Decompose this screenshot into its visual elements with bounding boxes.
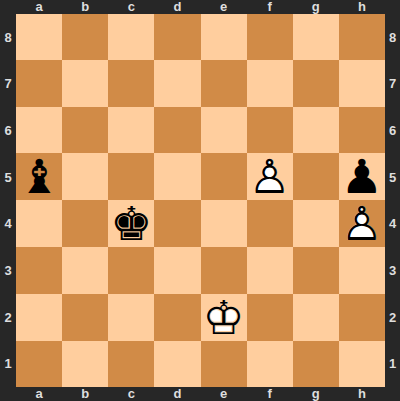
square-a1[interactable] bbox=[16, 341, 62, 387]
square-g8[interactable] bbox=[293, 14, 339, 60]
square-b4[interactable] bbox=[62, 200, 108, 247]
file-label-f: f bbox=[247, 0, 293, 14]
square-f3[interactable] bbox=[247, 247, 293, 293]
rank-labels-right: 87654321 bbox=[385, 14, 400, 387]
square-g1[interactable] bbox=[293, 341, 339, 387]
rank-label-7: 7 bbox=[0, 61, 16, 108]
file-label-c: c bbox=[108, 387, 154, 401]
rank-label-3: 3 bbox=[0, 247, 16, 294]
square-b6[interactable] bbox=[62, 107, 108, 153]
square-c7[interactable] bbox=[108, 60, 154, 106]
file-label-b: b bbox=[62, 0, 108, 14]
square-b5[interactable] bbox=[62, 153, 108, 200]
square-a8[interactable] bbox=[16, 14, 62, 60]
square-b2[interactable] bbox=[62, 294, 108, 341]
square-f4[interactable] bbox=[247, 200, 293, 247]
file-label-e: e bbox=[201, 0, 247, 14]
square-e3[interactable] bbox=[201, 247, 247, 293]
square-c2[interactable] bbox=[108, 294, 154, 341]
square-e4[interactable] bbox=[201, 200, 247, 247]
file-label-b: b bbox=[62, 387, 108, 401]
square-f6[interactable] bbox=[247, 107, 293, 153]
square-d2[interactable] bbox=[154, 294, 200, 341]
square-c1[interactable] bbox=[108, 341, 154, 387]
piece-white-pawn-f5[interactable]: ♟♙ bbox=[249, 153, 291, 200]
rank-label-2: 2 bbox=[385, 294, 400, 341]
rank-label-3: 3 bbox=[385, 247, 400, 294]
square-f7[interactable] bbox=[247, 60, 293, 106]
square-d5[interactable] bbox=[154, 153, 200, 200]
rank-label-8: 8 bbox=[385, 14, 400, 61]
square-e5[interactable] bbox=[201, 153, 247, 200]
square-f2[interactable] bbox=[247, 294, 293, 341]
square-h3[interactable] bbox=[339, 247, 385, 293]
square-e7[interactable] bbox=[201, 60, 247, 106]
square-g3[interactable] bbox=[293, 247, 339, 293]
square-h8[interactable] bbox=[339, 14, 385, 60]
file-label-a: a bbox=[16, 0, 62, 14]
rank-label-5: 5 bbox=[0, 154, 16, 201]
file-labels-top: abcdefgh bbox=[16, 0, 385, 14]
square-g2[interactable] bbox=[293, 294, 339, 341]
rank-label-8: 8 bbox=[0, 14, 16, 61]
piece-white-king-e2[interactable]: ♚♔ bbox=[202, 294, 244, 341]
square-g4[interactable] bbox=[293, 200, 339, 247]
square-b8[interactable] bbox=[62, 14, 108, 60]
piece-white-pawn-h4[interactable]: ♟♙ bbox=[341, 200, 383, 247]
square-c5[interactable] bbox=[108, 153, 154, 200]
white-pawn-icon: ♙ bbox=[249, 153, 291, 200]
square-h1[interactable] bbox=[339, 341, 385, 387]
rank-label-4: 4 bbox=[385, 201, 400, 248]
rank-label-6: 6 bbox=[385, 107, 400, 154]
square-b7[interactable] bbox=[62, 60, 108, 106]
rank-label-7: 7 bbox=[385, 61, 400, 108]
square-b3[interactable] bbox=[62, 247, 108, 293]
square-e8[interactable] bbox=[201, 14, 247, 60]
rank-label-1: 1 bbox=[385, 340, 400, 387]
square-a4[interactable] bbox=[16, 200, 62, 247]
chess-board[interactable]: ♝♟♙♟♚♟♙♚♔ bbox=[16, 14, 385, 387]
black-pawn-icon: ♟ bbox=[341, 153, 383, 200]
square-h2[interactable] bbox=[339, 294, 385, 341]
square-a3[interactable] bbox=[16, 247, 62, 293]
square-h4[interactable]: ♟♙ bbox=[339, 200, 385, 247]
file-label-h: h bbox=[339, 387, 385, 401]
file-label-d: d bbox=[154, 0, 200, 14]
square-e1[interactable] bbox=[201, 341, 247, 387]
rank-label-1: 1 bbox=[0, 340, 16, 387]
square-f8[interactable] bbox=[247, 14, 293, 60]
black-king-icon: ♚ bbox=[110, 200, 152, 247]
white-pawn-icon: ♙ bbox=[341, 200, 383, 247]
square-c6[interactable] bbox=[108, 107, 154, 153]
square-h7[interactable] bbox=[339, 60, 385, 106]
file-label-a: a bbox=[16, 387, 62, 401]
square-d6[interactable] bbox=[154, 107, 200, 153]
file-label-e: e bbox=[201, 387, 247, 401]
file-label-h: h bbox=[339, 0, 385, 14]
square-d3[interactable] bbox=[154, 247, 200, 293]
square-e2[interactable]: ♚♔ bbox=[201, 294, 247, 341]
square-h5[interactable]: ♟ bbox=[339, 153, 385, 200]
square-a2[interactable] bbox=[16, 294, 62, 341]
square-a7[interactable] bbox=[16, 60, 62, 106]
square-b1[interactable] bbox=[62, 341, 108, 387]
file-label-c: c bbox=[108, 0, 154, 14]
file-label-d: d bbox=[154, 387, 200, 401]
square-d1[interactable] bbox=[154, 341, 200, 387]
square-g7[interactable] bbox=[293, 60, 339, 106]
file-labels-bottom: abcdefgh bbox=[16, 387, 385, 401]
square-e6[interactable] bbox=[201, 107, 247, 153]
white-king-icon: ♔ bbox=[202, 294, 244, 341]
square-g6[interactable] bbox=[293, 107, 339, 153]
square-d4[interactable] bbox=[154, 200, 200, 247]
file-label-g: g bbox=[293, 0, 339, 14]
file-label-g: g bbox=[293, 387, 339, 401]
square-a6[interactable] bbox=[16, 107, 62, 153]
square-c4[interactable]: ♚ bbox=[108, 200, 154, 247]
rank-labels-left: 87654321 bbox=[0, 14, 16, 387]
square-d8[interactable] bbox=[154, 14, 200, 60]
square-g5[interactable] bbox=[293, 153, 339, 200]
square-d7[interactable] bbox=[154, 60, 200, 106]
file-label-f: f bbox=[247, 387, 293, 401]
piece-black-king-c4[interactable]: ♚ bbox=[110, 200, 152, 247]
square-f1[interactable] bbox=[247, 341, 293, 387]
rank-label-6: 6 bbox=[0, 107, 16, 154]
chess-board-frame: abcdefgh 87654321 ♝♟♙♟♚♟♙♚♔ 87654321 abc… bbox=[0, 0, 400, 401]
square-h6[interactable] bbox=[339, 107, 385, 153]
square-f5[interactable]: ♟♙ bbox=[247, 153, 293, 200]
rank-label-4: 4 bbox=[0, 201, 16, 248]
black-bishop-icon: ♝ bbox=[18, 153, 60, 200]
piece-black-pawn-h5[interactable]: ♟ bbox=[341, 153, 383, 200]
piece-black-bishop-a5[interactable]: ♝ bbox=[18, 153, 60, 200]
square-c3[interactable] bbox=[108, 247, 154, 293]
rank-label-2: 2 bbox=[0, 294, 16, 341]
square-c8[interactable] bbox=[108, 14, 154, 60]
square-a5[interactable]: ♝ bbox=[16, 153, 62, 200]
rank-label-5: 5 bbox=[385, 154, 400, 201]
